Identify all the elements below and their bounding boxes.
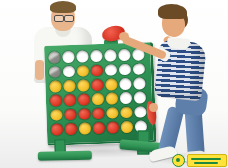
empty-hole <box>134 106 146 118</box>
empty-hole <box>133 63 145 75</box>
vendor-logo-banner <box>187 154 227 167</box>
vendor-logo-emblem-icon <box>172 154 185 167</box>
yellow-disc <box>49 80 61 92</box>
red-disc <box>107 121 119 133</box>
empty-hole <box>76 51 88 63</box>
board-grid <box>47 47 148 136</box>
red-disc <box>50 95 62 107</box>
cell-r4c7 <box>133 90 147 105</box>
empty-hole <box>119 64 131 76</box>
cell-r4c5 <box>105 91 119 106</box>
cell-r5c7 <box>133 105 147 120</box>
cell-r6c4 <box>92 120 106 135</box>
cell-r1c4 <box>89 49 103 64</box>
empty-hole <box>133 77 145 89</box>
cell-r6c2 <box>64 121 78 136</box>
left-player-hair <box>50 1 76 13</box>
cell-r2c2 <box>62 64 76 79</box>
empty-hole <box>48 52 60 64</box>
cell-r5c6 <box>119 105 133 120</box>
cell-r3c7 <box>132 76 146 91</box>
cell-r5c5 <box>105 106 119 121</box>
red-disc <box>93 122 105 134</box>
connect-four-board <box>42 38 158 164</box>
cell-r5c2 <box>63 107 77 122</box>
empty-hole <box>90 50 102 62</box>
empty-hole <box>49 66 61 78</box>
cell-r4c2 <box>63 93 77 108</box>
cell-r6c5 <box>106 120 120 135</box>
cell-r3c6 <box>118 77 132 92</box>
red-disc <box>91 65 103 77</box>
cell-r3c5 <box>104 77 118 92</box>
red-disc <box>64 109 76 121</box>
board-foot-left <box>38 151 92 161</box>
cell-r3c2 <box>62 78 76 93</box>
yellow-disc <box>63 80 75 92</box>
yellow-disc <box>106 93 118 105</box>
empty-hole <box>119 78 131 90</box>
cell-r3c1 <box>48 79 62 94</box>
photo-stage <box>0 0 228 168</box>
yellow-disc <box>77 65 89 77</box>
cell-r4c3 <box>77 92 91 107</box>
empty-hole <box>62 51 74 63</box>
yellow-disc <box>120 107 132 119</box>
vendor-logo <box>172 154 227 167</box>
red-disc <box>64 94 76 106</box>
cell-r4c6 <box>119 91 133 106</box>
yellow-disc <box>106 107 118 119</box>
red-disc <box>78 94 90 106</box>
cell-r4c4 <box>91 92 105 107</box>
empty-hole <box>105 64 117 76</box>
cell-r1c6 <box>117 48 131 63</box>
red-disc <box>91 79 103 91</box>
cell-r2c3 <box>76 64 90 79</box>
right-player-lowered-hand <box>149 103 158 112</box>
cell-r1c2 <box>61 50 75 65</box>
empty-hole <box>134 92 146 104</box>
yellow-disc <box>92 93 104 105</box>
yellow-disc <box>105 78 117 90</box>
yellow-disc <box>121 121 133 133</box>
cell-r1c1 <box>47 50 61 65</box>
red-disc <box>92 108 104 120</box>
cell-r6c1 <box>50 122 64 137</box>
yellow-disc <box>77 79 89 91</box>
cell-r4c1 <box>49 93 63 108</box>
cell-r6c6 <box>120 119 134 134</box>
cell-r2c5 <box>104 63 118 78</box>
cell-r1c3 <box>75 49 89 64</box>
cell-r2c6 <box>118 62 132 77</box>
cell-r5c1 <box>49 108 63 123</box>
cell-r2c4 <box>90 63 104 78</box>
empty-hole <box>118 49 130 61</box>
empty-hole <box>63 66 75 78</box>
right-player-hair <box>158 4 187 19</box>
empty-hole <box>120 92 132 104</box>
right-player-raised-hand <box>119 32 129 41</box>
red-disc <box>78 108 90 120</box>
empty-hole <box>104 50 116 62</box>
cell-r2c7 <box>132 62 146 77</box>
yellow-disc <box>50 109 62 121</box>
cell-r2c1 <box>48 65 62 80</box>
yellow-disc <box>79 122 91 134</box>
left-player-glasses <box>64 15 74 22</box>
cell-r5c4 <box>91 106 105 121</box>
red-disc <box>51 123 63 135</box>
cell-r5c3 <box>77 107 91 122</box>
cell-r3c4 <box>90 77 104 92</box>
cell-r6c3 <box>78 121 92 136</box>
cell-r3c3 <box>76 78 90 93</box>
left-player-glasses <box>54 15 64 22</box>
cell-r1c5 <box>103 48 117 63</box>
red-disc <box>65 123 77 135</box>
